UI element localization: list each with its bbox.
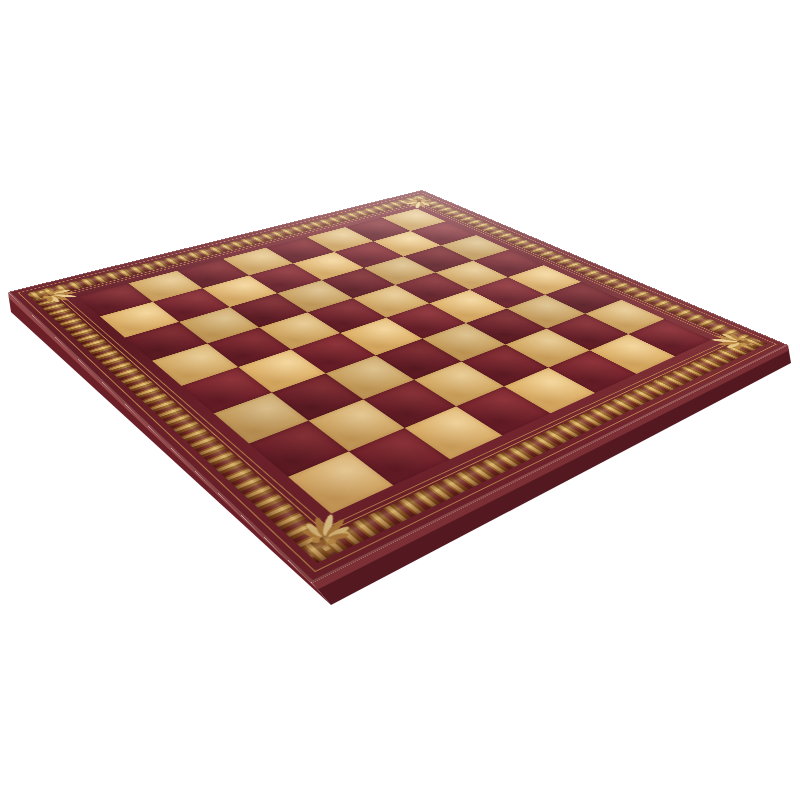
corner-palmette-icon — [399, 198, 436, 212]
chessboard — [8, 190, 788, 583]
product-photo — [0, 0, 800, 800]
corner-palmette-icon — [290, 506, 364, 551]
